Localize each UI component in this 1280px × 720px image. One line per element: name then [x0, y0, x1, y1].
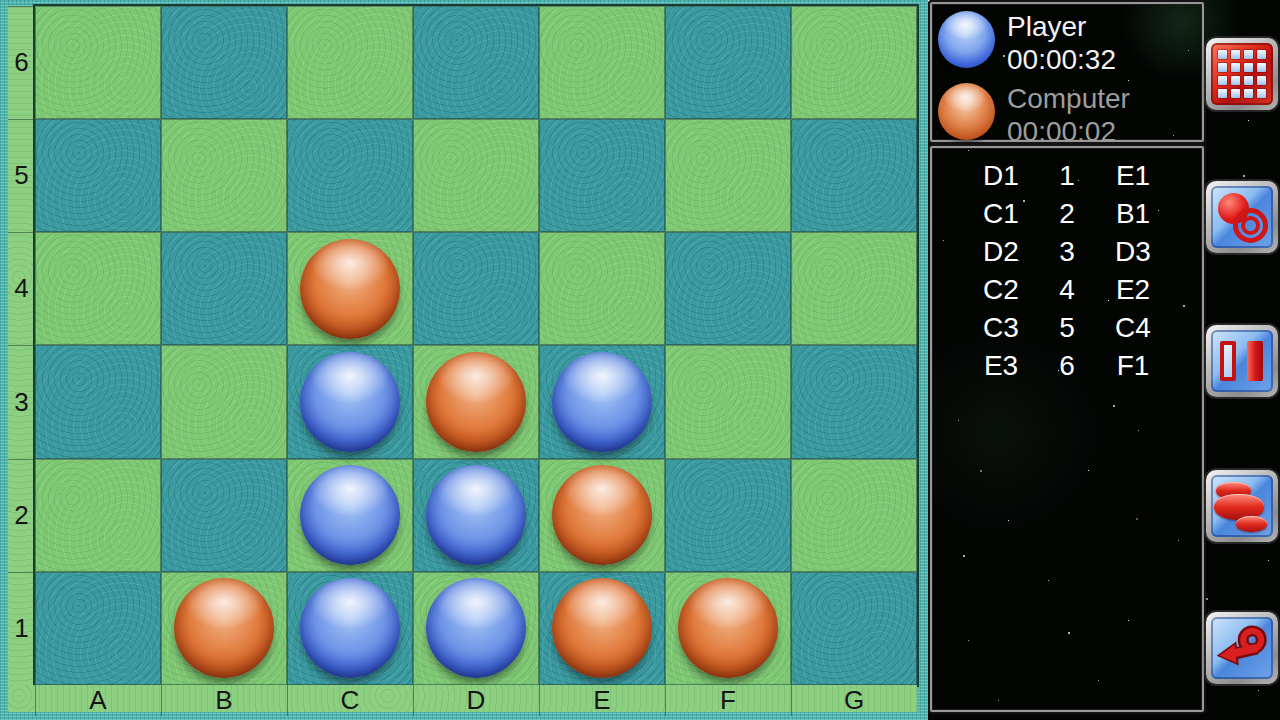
cell-B2[interactable] [161, 459, 287, 572]
cell-A2[interactable] [35, 459, 161, 572]
col-label-E: E [539, 685, 665, 716]
player-info: Player 00:00:32 [1007, 11, 1116, 76]
cell-F4[interactable] [665, 232, 791, 345]
cell-C2[interactable] [287, 459, 413, 572]
cell-A6[interactable] [35, 6, 161, 119]
cell-C6[interactable] [287, 6, 413, 119]
computer-move: C4 [1093, 309, 1173, 347]
orange-piece [426, 352, 526, 452]
col-label-G: G [791, 685, 917, 716]
board-grid-button[interactable] [1206, 38, 1278, 110]
cell-B3[interactable] [161, 345, 287, 458]
orange-marble-icon [938, 83, 995, 140]
cell-F3[interactable] [665, 345, 791, 458]
player-clock: 00:00:32 [1007, 43, 1116, 76]
cell-E2[interactable] [539, 459, 665, 572]
cell-F1[interactable] [665, 572, 791, 685]
cell-B1[interactable] [161, 572, 287, 685]
player-move: D2 [961, 233, 1041, 271]
move-list-panel[interactable]: D11E1C12B1D23D3C24E2C35C4E36F1 [930, 146, 1204, 712]
players-clock-panel: Player 00:00:32 Computer 00:00:02 [930, 2, 1204, 142]
cell-G6[interactable] [791, 6, 917, 119]
computer-move: E1 [1093, 157, 1173, 195]
move-number: 4 [1041, 271, 1093, 309]
undo-button[interactable] [1206, 612, 1278, 684]
move-row: C35C4 [932, 309, 1202, 347]
orange-piece [552, 465, 652, 565]
game-window: 654321 ABCDEFG Player 00:00:32 Computer … [0, 0, 1280, 720]
computer-move: B1 [1093, 195, 1173, 233]
blue-piece [300, 578, 400, 678]
player-name: Player [1007, 11, 1116, 43]
move-row: C12B1 [932, 195, 1202, 233]
orange-piece [678, 578, 778, 678]
move-list: D11E1C12B1D23D3C24E2C35C4E36F1 [932, 148, 1202, 385]
move-row: D11E1 [932, 157, 1202, 195]
clouds-button[interactable] [1206, 470, 1278, 542]
move-number: 5 [1041, 309, 1093, 347]
col-label-D: D [413, 685, 539, 716]
pause-button[interactable] [1206, 325, 1278, 397]
cell-G5[interactable] [791, 119, 917, 232]
row-label-3: 3 [8, 345, 35, 458]
player-move: E3 [961, 347, 1041, 385]
pause-bars-icon [1211, 330, 1273, 392]
computer-move: F1 [1093, 347, 1173, 385]
cell-D6[interactable] [413, 6, 539, 119]
cell-D4[interactable] [413, 232, 539, 345]
board [35, 6, 917, 685]
pieces-button[interactable] [1206, 181, 1278, 253]
computer-move: E2 [1093, 271, 1173, 309]
blue-piece [426, 465, 526, 565]
col-labels: ABCDEFG [35, 685, 917, 712]
row-label-5: 5 [8, 119, 35, 232]
cell-F2[interactable] [665, 459, 791, 572]
move-row: E36F1 [932, 347, 1202, 385]
cell-D3[interactable] [413, 345, 539, 458]
cell-D1[interactable] [413, 572, 539, 685]
cell-E3[interactable] [539, 345, 665, 458]
row-label-4: 4 [8, 232, 35, 345]
blue-piece [552, 352, 652, 452]
cell-C1[interactable] [287, 572, 413, 685]
move-number: 2 [1041, 195, 1093, 233]
red-grid-icon [1211, 43, 1273, 105]
move-row: D23D3 [932, 233, 1202, 271]
cell-B6[interactable] [161, 6, 287, 119]
cell-E6[interactable] [539, 6, 665, 119]
col-label-B: B [161, 685, 287, 716]
cell-C4[interactable] [287, 232, 413, 345]
computer-row: Computer 00:00:02 [938, 83, 1202, 148]
blue-piece [426, 578, 526, 678]
player-move: D1 [961, 157, 1041, 195]
cell-A1[interactable] [35, 572, 161, 685]
player-move: C2 [961, 271, 1041, 309]
cell-C3[interactable] [287, 345, 413, 458]
move-number: 6 [1041, 347, 1093, 385]
computer-info: Computer 00:00:02 [1007, 83, 1130, 148]
col-label-A: A [35, 685, 161, 716]
row-label-6: 6 [8, 6, 35, 119]
cell-A4[interactable] [35, 232, 161, 345]
orange-piece [174, 578, 274, 678]
cell-F5[interactable] [665, 119, 791, 232]
cell-F6[interactable] [665, 6, 791, 119]
row-labels: 654321 [8, 6, 35, 685]
board-corner [8, 685, 35, 712]
cell-G4[interactable] [791, 232, 917, 345]
cell-B5[interactable] [161, 119, 287, 232]
blue-piece [300, 352, 400, 452]
cell-E5[interactable] [539, 119, 665, 232]
blue-marble-icon [938, 11, 995, 68]
disc-and-ring-icon [1211, 186, 1273, 248]
orange-piece [300, 239, 400, 339]
red-clouds-icon [1211, 475, 1273, 537]
computer-clock: 00:00:02 [1007, 115, 1130, 148]
board-frame: 654321 ABCDEFG [0, 0, 928, 720]
blue-piece [300, 465, 400, 565]
undo-loop-arrow-icon [1211, 617, 1273, 679]
cell-A5[interactable] [35, 119, 161, 232]
orange-piece [552, 578, 652, 678]
cell-E4[interactable] [539, 232, 665, 345]
player-row: Player 00:00:32 [938, 11, 1202, 76]
cell-D2[interactable] [413, 459, 539, 572]
cell-A3[interactable] [35, 345, 161, 458]
move-row: C24E2 [932, 271, 1202, 309]
computer-name: Computer [1007, 83, 1130, 115]
cell-E1[interactable] [539, 572, 665, 685]
player-move: C3 [961, 309, 1041, 347]
col-label-C: C [287, 685, 413, 716]
row-label-1: 1 [8, 572, 35, 685]
row-label-2: 2 [8, 459, 35, 572]
cell-D5[interactable] [413, 119, 539, 232]
player-move: C1 [961, 195, 1041, 233]
cell-B4[interactable] [161, 232, 287, 345]
col-label-F: F [665, 685, 791, 716]
move-number: 3 [1041, 233, 1093, 271]
cell-G3[interactable] [791, 345, 917, 458]
move-number: 1 [1041, 157, 1093, 195]
cell-G1[interactable] [791, 572, 917, 685]
cell-G2[interactable] [791, 459, 917, 572]
cell-C5[interactable] [287, 119, 413, 232]
computer-move: D3 [1093, 233, 1173, 271]
